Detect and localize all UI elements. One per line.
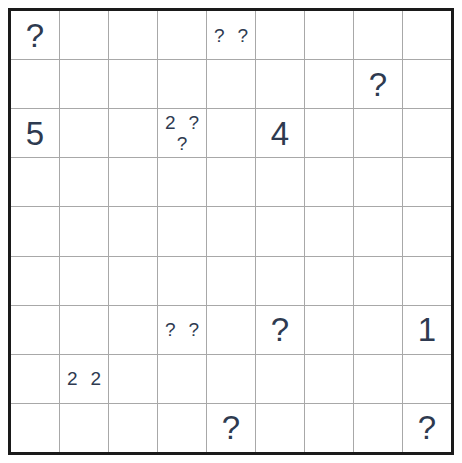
cell-r2c6[interactable] <box>256 60 304 108</box>
cell-r5c8[interactable] <box>354 207 402 255</box>
cell-r7c6[interactable]: ? <box>256 306 304 354</box>
cell-r7c1[interactable] <box>11 306 59 354</box>
cell-r2c3[interactable] <box>109 60 157 108</box>
cell-r8c7[interactable] <box>305 355 353 403</box>
cell-r6c4[interactable] <box>158 257 206 305</box>
cell-r4c5[interactable] <box>207 158 255 206</box>
tapa-board: ????52??4???122?? <box>8 8 454 455</box>
cell-r6c3[interactable] <box>109 257 157 305</box>
cell-r8c5[interactable] <box>207 355 255 403</box>
cell-r9c2[interactable] <box>60 404 108 452</box>
cell-r6c7[interactable] <box>305 257 353 305</box>
cell-r9c5[interactable]: ? <box>207 404 255 452</box>
clue-text: ? <box>238 25 249 46</box>
cell-r2c1[interactable] <box>11 60 59 108</box>
cell-r3c5[interactable] <box>207 109 255 157</box>
cell-r6c5[interactable] <box>207 257 255 305</box>
clue-text: 1 <box>418 313 436 346</box>
cell-r1c2[interactable] <box>60 11 108 59</box>
clue-text: ? <box>214 25 225 46</box>
cell-r2c5[interactable] <box>207 60 255 108</box>
clue-text: 2 <box>165 112 176 133</box>
cell-r4c4[interactable] <box>158 158 206 206</box>
cell-r2c9[interactable] <box>403 60 451 108</box>
cell-r9c9[interactable]: ? <box>403 404 451 452</box>
cell-r8c1[interactable] <box>11 355 59 403</box>
cell-r6c8[interactable] <box>354 257 402 305</box>
cell-r4c8[interactable] <box>354 158 402 206</box>
cell-r4c2[interactable] <box>60 158 108 206</box>
cell-r8c6[interactable] <box>256 355 304 403</box>
cell-r5c4[interactable] <box>158 207 206 255</box>
cell-r6c1[interactable] <box>11 257 59 305</box>
clue-text: ? <box>189 319 200 340</box>
cell-r1c4[interactable] <box>158 11 206 59</box>
cell-r7c9[interactable]: 1 <box>403 306 451 354</box>
cell-r1c8[interactable] <box>354 11 402 59</box>
cell-r2c4[interactable] <box>158 60 206 108</box>
cell-r8c4[interactable] <box>158 355 206 403</box>
cell-r4c3[interactable] <box>109 158 157 206</box>
cell-r4c7[interactable] <box>305 158 353 206</box>
cell-r1c5[interactable]: ?? <box>207 11 255 59</box>
cell-r3c3[interactable] <box>109 109 157 157</box>
cell-r7c4[interactable]: ?? <box>158 306 206 354</box>
cell-r3c7[interactable] <box>305 109 353 157</box>
clue-text: ? <box>369 68 387 101</box>
cell-r5c5[interactable] <box>207 207 255 255</box>
clue-text: 2 <box>91 368 102 389</box>
cell-r1c7[interactable] <box>305 11 353 59</box>
cell-r3c4[interactable]: 2?? <box>158 109 206 157</box>
cell-r1c6[interactable] <box>256 11 304 59</box>
cell-r8c9[interactable] <box>403 355 451 403</box>
cell-r5c3[interactable] <box>109 207 157 255</box>
clue-pair: 22 <box>67 368 101 389</box>
cell-r2c7[interactable] <box>305 60 353 108</box>
clue-text: ? <box>271 313 289 346</box>
cell-r5c6[interactable] <box>256 207 304 255</box>
cell-r9c7[interactable] <box>305 404 353 452</box>
cell-r7c8[interactable] <box>354 306 402 354</box>
cell-r6c6[interactable] <box>256 257 304 305</box>
cell-r1c3[interactable] <box>109 11 157 59</box>
clue-text: 2 <box>67 368 78 389</box>
cell-r5c2[interactable] <box>60 207 108 255</box>
cell-r9c3[interactable] <box>109 404 157 452</box>
cell-r3c9[interactable] <box>403 109 451 157</box>
cell-r4c9[interactable] <box>403 158 451 206</box>
cell-r7c5[interactable] <box>207 306 255 354</box>
cell-r2c8[interactable]: ? <box>354 60 402 108</box>
clue-text: 5 <box>26 117 44 150</box>
clue-pair: ?? <box>165 319 199 340</box>
clue-text: ? <box>189 112 200 133</box>
cell-r5c9[interactable] <box>403 207 451 255</box>
clue-text: ? <box>222 411 240 444</box>
clue-pair: ?? <box>214 25 248 46</box>
cell-r5c1[interactable] <box>11 207 59 255</box>
cell-r3c1[interactable]: 5 <box>11 109 59 157</box>
cell-r9c6[interactable] <box>256 404 304 452</box>
cell-r8c3[interactable] <box>109 355 157 403</box>
cell-r1c9[interactable] <box>403 11 451 59</box>
cell-r6c9[interactable] <box>403 257 451 305</box>
cell-r1c1[interactable]: ? <box>11 11 59 59</box>
cell-r9c8[interactable] <box>354 404 402 452</box>
cell-r5c7[interactable] <box>305 207 353 255</box>
cell-r7c3[interactable] <box>109 306 157 354</box>
cell-r4c6[interactable] <box>256 158 304 206</box>
cell-r4c1[interactable] <box>11 158 59 206</box>
clue-triple-top: 2? <box>165 112 199 133</box>
cell-r8c2[interactable]: 22 <box>60 355 108 403</box>
cell-r3c2[interactable] <box>60 109 108 157</box>
cell-r8c8[interactable] <box>354 355 402 403</box>
cell-r7c2[interactable] <box>60 306 108 354</box>
cell-r9c4[interactable] <box>158 404 206 452</box>
cell-r2c2[interactable] <box>60 60 108 108</box>
clue-text: ? <box>26 19 44 52</box>
cell-r9c1[interactable] <box>11 404 59 452</box>
clue-text: 4 <box>271 117 289 150</box>
cell-r3c6[interactable]: 4 <box>256 109 304 157</box>
cell-r7c7[interactable] <box>305 306 353 354</box>
clue-text: ? <box>165 319 176 340</box>
clue-text: ? <box>418 411 436 444</box>
cell-r3c8[interactable] <box>354 109 402 157</box>
cell-r6c2[interactable] <box>60 257 108 305</box>
clue-text: ? <box>177 133 188 154</box>
